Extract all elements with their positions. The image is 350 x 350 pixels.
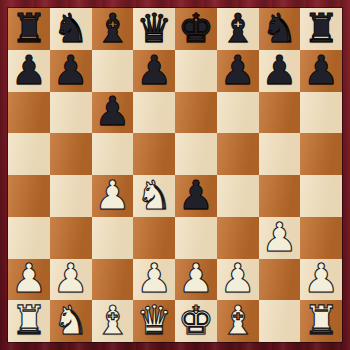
square-g7[interactable]: ♟ [259, 50, 301, 92]
square-c1[interactable]: ♝ [92, 300, 134, 342]
piece-black-pawn[interactable]: ♟ [94, 92, 130, 132]
square-e8[interactable]: ♚ [175, 8, 217, 50]
piece-black-king[interactable]: ♚ [178, 8, 214, 48]
square-b7[interactable]: ♟ [50, 50, 92, 92]
square-f2[interactable]: ♟ [217, 259, 259, 301]
piece-white-pawn[interactable]: ♟ [11, 259, 47, 299]
square-h8[interactable]: ♜ [300, 8, 342, 50]
square-e4[interactable]: ♟ [175, 175, 217, 217]
square-a5[interactable] [8, 133, 50, 175]
square-f4[interactable] [217, 175, 259, 217]
square-c7[interactable] [92, 50, 134, 92]
square-b8[interactable]: ♞ [50, 8, 92, 50]
piece-white-pawn[interactable]: ♟ [303, 259, 339, 299]
piece-white-pawn[interactable]: ♟ [220, 259, 256, 299]
square-e2[interactable]: ♟ [175, 259, 217, 301]
square-h6[interactable] [300, 92, 342, 134]
square-a7[interactable]: ♟ [8, 50, 50, 92]
piece-black-pawn[interactable]: ♟ [136, 50, 172, 90]
square-a3[interactable] [8, 217, 50, 259]
piece-black-rook[interactable]: ♜ [11, 8, 47, 48]
piece-black-pawn[interactable]: ♟ [303, 50, 339, 90]
piece-white-pawn[interactable]: ♟ [53, 259, 89, 299]
square-e6[interactable] [175, 92, 217, 134]
piece-white-bishop[interactable]: ♝ [220, 300, 256, 340]
square-f6[interactable] [217, 92, 259, 134]
square-d2[interactable]: ♟ [133, 259, 175, 301]
square-a6[interactable] [8, 92, 50, 134]
square-g5[interactable] [259, 133, 301, 175]
piece-black-pawn[interactable]: ♟ [11, 50, 47, 90]
square-g4[interactable] [259, 175, 301, 217]
square-b6[interactable] [50, 92, 92, 134]
square-c8[interactable]: ♝ [92, 8, 134, 50]
square-b1[interactable]: ♞ [50, 300, 92, 342]
square-a8[interactable]: ♜ [8, 8, 50, 50]
square-d6[interactable] [133, 92, 175, 134]
square-h4[interactable] [300, 175, 342, 217]
piece-black-knight[interactable]: ♞ [261, 8, 297, 48]
piece-white-knight[interactable]: ♞ [53, 300, 89, 340]
square-f8[interactable]: ♝ [217, 8, 259, 50]
piece-white-rook[interactable]: ♜ [303, 300, 339, 340]
square-b5[interactable] [50, 133, 92, 175]
square-d1[interactable]: ♛ [133, 300, 175, 342]
square-f7[interactable]: ♟ [217, 50, 259, 92]
square-g2[interactable] [259, 259, 301, 301]
square-d7[interactable]: ♟ [133, 50, 175, 92]
square-h3[interactable] [300, 217, 342, 259]
square-h2[interactable]: ♟ [300, 259, 342, 301]
square-c6[interactable]: ♟ [92, 92, 134, 134]
piece-black-pawn[interactable]: ♟ [53, 50, 89, 90]
piece-white-queen[interactable]: ♛ [136, 300, 172, 340]
piece-black-pawn[interactable]: ♟ [220, 50, 256, 90]
square-g3[interactable]: ♟ [259, 217, 301, 259]
square-d5[interactable] [133, 133, 175, 175]
square-b2[interactable]: ♟ [50, 259, 92, 301]
piece-black-queen[interactable]: ♛ [136, 8, 172, 48]
square-d4[interactable]: ♞ [133, 175, 175, 217]
square-h5[interactable] [300, 133, 342, 175]
square-e3[interactable] [175, 217, 217, 259]
square-c5[interactable] [92, 133, 134, 175]
square-d8[interactable]: ♛ [133, 8, 175, 50]
square-c2[interactable] [92, 259, 134, 301]
piece-black-knight[interactable]: ♞ [53, 8, 89, 48]
square-a4[interactable] [8, 175, 50, 217]
piece-black-pawn[interactable]: ♟ [261, 50, 297, 90]
piece-white-knight[interactable]: ♞ [136, 175, 172, 215]
square-b4[interactable] [50, 175, 92, 217]
piece-white-bishop[interactable]: ♝ [94, 300, 130, 340]
square-e7[interactable] [175, 50, 217, 92]
square-c3[interactable] [92, 217, 134, 259]
square-c4[interactable]: ♟ [92, 175, 134, 217]
square-f1[interactable]: ♝ [217, 300, 259, 342]
square-d3[interactable] [133, 217, 175, 259]
piece-white-pawn[interactable]: ♟ [136, 259, 172, 299]
square-h7[interactable]: ♟ [300, 50, 342, 92]
square-f3[interactable] [217, 217, 259, 259]
board-frame: ♜♞♝♛♚♝♞♜♟♟♟♟♟♟♟♟♞♟♟♟♟♟♟♟♟♜♞♝♛♚♝♜ [0, 0, 350, 350]
piece-white-pawn[interactable]: ♟ [261, 217, 297, 257]
square-g1[interactable] [259, 300, 301, 342]
square-g6[interactable] [259, 92, 301, 134]
chess-board: ♜♞♝♛♚♝♞♜♟♟♟♟♟♟♟♟♞♟♟♟♟♟♟♟♟♜♞♝♛♚♝♜ [8, 8, 342, 342]
square-a2[interactable]: ♟ [8, 259, 50, 301]
piece-white-pawn[interactable]: ♟ [94, 175, 130, 215]
piece-black-bishop[interactable]: ♝ [220, 8, 256, 48]
square-b3[interactable] [50, 217, 92, 259]
piece-black-rook[interactable]: ♜ [303, 8, 339, 48]
square-e1[interactable]: ♚ [175, 300, 217, 342]
square-e5[interactable] [175, 133, 217, 175]
square-h1[interactable]: ♜ [300, 300, 342, 342]
piece-black-bishop[interactable]: ♝ [94, 8, 130, 48]
square-g8[interactable]: ♞ [259, 8, 301, 50]
piece-black-pawn[interactable]: ♟ [178, 175, 214, 215]
square-f5[interactable] [217, 133, 259, 175]
piece-white-king[interactable]: ♚ [178, 300, 214, 340]
piece-white-pawn[interactable]: ♟ [178, 259, 214, 299]
piece-white-rook[interactable]: ♜ [11, 300, 47, 340]
square-a1[interactable]: ♜ [8, 300, 50, 342]
